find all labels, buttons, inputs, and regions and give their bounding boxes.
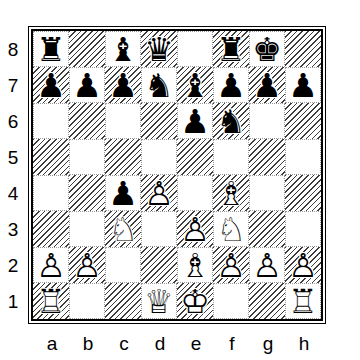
piece-glyph-outline: ♘ <box>213 211 249 247</box>
rank-labels: 87654321 <box>0 32 26 320</box>
square-e8[interactable] <box>177 31 213 67</box>
piece-glyph-outline: ♔ <box>177 283 213 319</box>
file-label-c: c <box>106 332 142 356</box>
square-a4[interactable] <box>33 175 69 211</box>
piece-glyph-solid: ♟ <box>105 67 141 103</box>
piece-white-pawn-a2: ♟♙ <box>33 247 69 283</box>
rank-label-2: 2 <box>0 248 26 284</box>
square-c7[interactable]: ♟ <box>105 67 141 103</box>
file-label-h: h <box>286 332 322 356</box>
square-f5[interactable] <box>213 139 249 175</box>
square-h2[interactable]: ♟♙ <box>285 247 321 283</box>
piece-glyph-solid: ♚ <box>249 31 285 67</box>
piece-black-queen-d8: ♛ <box>141 31 177 67</box>
board-border-inner: ♜♝♛♜♚♟♟♟♞♝♟♟♟♟♞♟♟♙♝♗♞♘♟♙♞♘♟♙♟♙♝♗♟♙♟♙♟♙♜♖… <box>31 29 323 321</box>
piece-white-bishop-f4: ♝♗ <box>213 175 249 211</box>
square-d4[interactable]: ♟♙ <box>141 175 177 211</box>
square-f7[interactable]: ♟ <box>213 67 249 103</box>
piece-glyph-solid: ♟ <box>285 67 321 103</box>
rank-label-3: 3 <box>0 212 26 248</box>
piece-glyph-outline: ♙ <box>177 211 213 247</box>
file-label-d: d <box>142 332 178 356</box>
piece-black-bishop-e7: ♝ <box>177 67 213 103</box>
square-e7[interactable]: ♝ <box>177 67 213 103</box>
piece-glyph-solid: ♝ <box>177 67 213 103</box>
square-e6[interactable]: ♟ <box>177 103 213 139</box>
square-c4[interactable]: ♟ <box>105 175 141 211</box>
piece-white-knight-f3: ♞♘ <box>213 211 249 247</box>
square-h4[interactable] <box>285 175 321 211</box>
square-c2[interactable] <box>105 247 141 283</box>
piece-glyph-outline: ♙ <box>213 247 249 283</box>
square-d6[interactable] <box>141 103 177 139</box>
piece-glyph-solid: ♞ <box>213 103 249 139</box>
piece-black-pawn-f7: ♟ <box>213 67 249 103</box>
piece-glyph-solid: ♟ <box>69 67 105 103</box>
square-d2[interactable] <box>141 247 177 283</box>
piece-black-knight-f6: ♞ <box>213 103 249 139</box>
square-e1[interactable]: ♚♔ <box>177 283 213 319</box>
square-h6[interactable] <box>285 103 321 139</box>
square-c6[interactable] <box>105 103 141 139</box>
file-label-e: e <box>178 332 214 356</box>
piece-black-pawn-c4: ♟ <box>105 175 141 211</box>
file-label-f: f <box>214 332 250 356</box>
square-d1[interactable]: ♛♕ <box>141 283 177 319</box>
piece-white-rook-h1: ♜♖ <box>285 283 321 319</box>
square-f2[interactable]: ♟♙ <box>213 247 249 283</box>
rank-label-7: 7 <box>0 68 26 104</box>
piece-black-pawn-c7: ♟ <box>105 67 141 103</box>
piece-black-king-g8: ♚ <box>249 31 285 67</box>
piece-black-bishop-c8: ♝ <box>105 31 141 67</box>
piece-glyph-solid: ♟ <box>105 175 141 211</box>
piece-glyph-outline: ♖ <box>33 283 69 319</box>
piece-white-rook-a1: ♜♖ <box>33 283 69 319</box>
piece-white-pawn-b2: ♟♙ <box>69 247 105 283</box>
square-h5[interactable] <box>285 139 321 175</box>
square-e4[interactable] <box>177 175 213 211</box>
square-b2[interactable]: ♟♙ <box>69 247 105 283</box>
square-g3[interactable] <box>249 211 285 247</box>
square-g4[interactable] <box>249 175 285 211</box>
board-border-outer: ♜♝♛♜♚♟♟♟♞♝♟♟♟♟♞♟♟♙♝♗♞♘♟♙♞♘♟♙♟♙♝♗♟♙♟♙♟♙♜♖… <box>28 26 326 324</box>
square-h3[interactable] <box>285 211 321 247</box>
file-labels: abcdefgh <box>34 332 322 356</box>
chess-diagram: 87654321 ♜♝♛♜♚♟♟♟♞♝♟♟♟♟♞♟♟♙♝♗♞♘♟♙♞♘♟♙♟♙♝… <box>0 0 360 360</box>
square-f8[interactable]: ♜ <box>213 31 249 67</box>
square-e5[interactable] <box>177 139 213 175</box>
piece-glyph-outline: ♙ <box>69 247 105 283</box>
rank-label-1: 1 <box>0 284 26 320</box>
piece-glyph-outline: ♘ <box>105 211 141 247</box>
rank-label-4: 4 <box>0 176 26 212</box>
piece-white-queen-d1: ♛♕ <box>141 283 177 319</box>
square-a1[interactable]: ♜♖ <box>33 283 69 319</box>
square-c8[interactable]: ♝ <box>105 31 141 67</box>
piece-glyph-solid: ♝ <box>105 31 141 67</box>
square-f4[interactable]: ♝♗ <box>213 175 249 211</box>
square-g2[interactable]: ♟♙ <box>249 247 285 283</box>
piece-black-rook-a8: ♜ <box>33 31 69 67</box>
piece-white-pawn-d4: ♟♙ <box>141 175 177 211</box>
square-a7[interactable]: ♟ <box>33 67 69 103</box>
piece-glyph-solid: ♟ <box>213 67 249 103</box>
rank-label-6: 6 <box>0 104 26 140</box>
piece-glyph-outline: ♕ <box>141 283 177 319</box>
square-e2[interactable]: ♝♗ <box>177 247 213 283</box>
square-a2[interactable]: ♟♙ <box>33 247 69 283</box>
square-b1[interactable] <box>69 283 105 319</box>
piece-glyph-outline: ♗ <box>177 247 213 283</box>
square-b6[interactable] <box>69 103 105 139</box>
square-g7[interactable]: ♟ <box>249 67 285 103</box>
square-d8[interactable]: ♛ <box>141 31 177 67</box>
square-b8[interactable] <box>69 31 105 67</box>
piece-white-knight-c3: ♞♘ <box>105 211 141 247</box>
piece-black-knight-d7: ♞ <box>141 67 177 103</box>
square-b4[interactable] <box>69 175 105 211</box>
square-c1[interactable] <box>105 283 141 319</box>
piece-black-rook-f8: ♜ <box>213 31 249 67</box>
file-label-b: b <box>70 332 106 356</box>
square-h8[interactable] <box>285 31 321 67</box>
square-g1[interactable] <box>249 283 285 319</box>
piece-white-pawn-f2: ♟♙ <box>213 247 249 283</box>
piece-black-pawn-g7: ♟ <box>249 67 285 103</box>
piece-glyph-outline: ♙ <box>285 247 321 283</box>
square-f6[interactable]: ♞ <box>213 103 249 139</box>
square-b7[interactable]: ♟ <box>69 67 105 103</box>
square-h7[interactable]: ♟ <box>285 67 321 103</box>
piece-white-pawn-h2: ♟♙ <box>285 247 321 283</box>
square-c5[interactable] <box>105 139 141 175</box>
piece-black-pawn-h7: ♟ <box>285 67 321 103</box>
piece-white-pawn-g2: ♟♙ <box>249 247 285 283</box>
piece-glyph-outline: ♙ <box>249 247 285 283</box>
piece-white-bishop-e2: ♝♗ <box>177 247 213 283</box>
square-b5[interactable] <box>69 139 105 175</box>
square-f3[interactable]: ♞♘ <box>213 211 249 247</box>
square-h1[interactable]: ♜♖ <box>285 283 321 319</box>
rank-label-5: 5 <box>0 140 26 176</box>
square-d7[interactable]: ♞ <box>141 67 177 103</box>
square-g5[interactable] <box>249 139 285 175</box>
square-a8[interactable]: ♜ <box>33 31 69 67</box>
piece-glyph-outline: ♙ <box>141 175 177 211</box>
piece-black-pawn-b7: ♟ <box>69 67 105 103</box>
piece-glyph-outline: ♗ <box>213 175 249 211</box>
piece-glyph-outline: ♙ <box>33 247 69 283</box>
piece-glyph-solid: ♞ <box>141 67 177 103</box>
square-a6[interactable] <box>33 103 69 139</box>
square-d3[interactable] <box>141 211 177 247</box>
file-label-g: g <box>250 332 286 356</box>
piece-black-pawn-e6: ♟ <box>177 103 213 139</box>
file-label-a: a <box>34 332 70 356</box>
piece-glyph-solid: ♟ <box>249 67 285 103</box>
chess-board: ♜♝♛♜♚♟♟♟♞♝♟♟♟♟♞♟♟♙♝♗♞♘♟♙♞♘♟♙♟♙♝♗♟♙♟♙♟♙♜♖… <box>33 31 321 319</box>
piece-glyph-solid: ♟ <box>33 67 69 103</box>
piece-glyph-solid: ♟ <box>177 103 213 139</box>
piece-glyph-solid: ♜ <box>33 31 69 67</box>
square-a3[interactable] <box>33 211 69 247</box>
square-f1[interactable] <box>213 283 249 319</box>
piece-white-king-e1: ♚♔ <box>177 283 213 319</box>
rank-label-8: 8 <box>0 32 26 68</box>
piece-glyph-solid: ♛ <box>141 31 177 67</box>
piece-white-pawn-e3: ♟♙ <box>177 211 213 247</box>
piece-glyph-outline: ♖ <box>285 283 321 319</box>
piece-glyph-solid: ♜ <box>213 31 249 67</box>
square-c3[interactable]: ♞♘ <box>105 211 141 247</box>
square-d5[interactable] <box>141 139 177 175</box>
square-e3[interactable]: ♟♙ <box>177 211 213 247</box>
square-a5[interactable] <box>33 139 69 175</box>
square-g6[interactable] <box>249 103 285 139</box>
piece-black-pawn-a7: ♟ <box>33 67 69 103</box>
square-g8[interactable]: ♚ <box>249 31 285 67</box>
square-b3[interactable] <box>69 211 105 247</box>
